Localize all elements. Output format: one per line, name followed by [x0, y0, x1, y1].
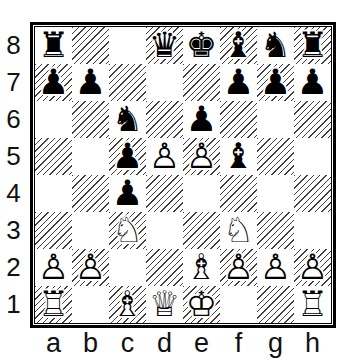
square-h2[interactable]: ♟︎♙ — [294, 249, 331, 286]
square-e2[interactable]: ♝♗ — [183, 249, 220, 286]
black-knight[interactable]: ♞ — [257, 27, 294, 64]
square-h7[interactable]: ♟︎ — [294, 64, 331, 101]
square-b2[interactable]: ♟︎♙ — [72, 249, 109, 286]
rank-label-1: 1 — [0, 286, 27, 323]
black-pawn[interactable]: ♟︎ — [35, 64, 72, 101]
white-rook[interactable]: ♜♖ — [35, 286, 72, 323]
black-rook[interactable]: ♜ — [294, 27, 331, 64]
file-label-e: e — [183, 329, 220, 359]
white-queen[interactable]: ♛♕ — [146, 286, 183, 323]
square-d1[interactable]: ♛♕ — [146, 286, 183, 323]
piece-glyph: ♟︎ — [220, 64, 257, 101]
piece-glyph: ♕ — [146, 286, 183, 323]
square-b3[interactable] — [72, 212, 109, 249]
square-g2[interactable]: ♟︎♙ — [257, 249, 294, 286]
black-pawn[interactable]: ♟︎ — [109, 138, 146, 175]
piece-glyph: ♚ — [183, 27, 220, 64]
piece-glyph: ♘ — [109, 212, 146, 249]
white-pawn[interactable]: ♟︎♙ — [72, 249, 109, 286]
square-h1[interactable]: ♜♖ — [294, 286, 331, 323]
square-d5[interactable]: ♟︎♙ — [146, 138, 183, 175]
piece-glyph: ♞ — [109, 101, 146, 138]
piece-glyph: ♞ — [257, 27, 294, 64]
square-d7[interactable] — [146, 64, 183, 101]
rank-label-4: 4 — [0, 175, 27, 212]
file-label-a: a — [35, 329, 72, 359]
square-c3[interactable]: ♞♘ — [109, 212, 146, 249]
white-pawn[interactable]: ♟︎♙ — [257, 249, 294, 286]
piece-glyph: ♙ — [220, 249, 257, 286]
square-b4[interactable] — [72, 175, 109, 212]
black-pawn[interactable]: ♟︎ — [294, 64, 331, 101]
square-f2[interactable]: ♟︎♙ — [220, 249, 257, 286]
rank-label-6: 6 — [0, 101, 27, 138]
piece-glyph: ♙ — [72, 249, 109, 286]
piece-glyph: ♜ — [294, 27, 331, 64]
square-a4[interactable] — [35, 175, 72, 212]
square-e4[interactable] — [183, 175, 220, 212]
white-pawn[interactable]: ♟︎♙ — [294, 249, 331, 286]
piece-glyph: ♛ — [146, 27, 183, 64]
white-bishop[interactable]: ♝♗ — [183, 249, 220, 286]
white-bishop[interactable]: ♝♗ — [109, 286, 146, 323]
rank-label-7: 7 — [0, 64, 27, 101]
square-c7[interactable] — [109, 64, 146, 101]
square-e5[interactable]: ♟︎♙ — [183, 138, 220, 175]
square-a2[interactable]: ♟︎♙ — [35, 249, 72, 286]
file-label-b: b — [72, 329, 109, 359]
piece-glyph: ♙ — [35, 249, 72, 286]
square-d4[interactable] — [146, 175, 183, 212]
square-f3[interactable]: ♞♘ — [220, 212, 257, 249]
piece-glyph: ♟︎ — [35, 64, 72, 101]
square-b1[interactable] — [72, 286, 109, 323]
square-b8[interactable] — [72, 27, 109, 64]
square-d3[interactable] — [146, 212, 183, 249]
piece-glyph: ♘ — [220, 212, 257, 249]
piece-glyph: ♟︎ — [72, 64, 109, 101]
rank-label-5: 5 — [0, 138, 27, 175]
piece-glyph: ♖ — [35, 286, 72, 323]
white-rook[interactable]: ♜♖ — [294, 286, 331, 323]
square-c2[interactable] — [109, 249, 146, 286]
square-e8[interactable]: ♚ — [183, 27, 220, 64]
square-c5[interactable]: ♟︎ — [109, 138, 146, 175]
square-c6[interactable]: ♞ — [109, 101, 146, 138]
piece-glyph: ♗ — [109, 286, 146, 323]
square-f5[interactable]: ♝ — [220, 138, 257, 175]
square-g8[interactable]: ♞ — [257, 27, 294, 64]
white-knight[interactable]: ♞♘ — [220, 212, 257, 249]
file-label-c: c — [109, 329, 146, 359]
piece-glyph: ♟︎ — [183, 101, 220, 138]
square-e6[interactable]: ♟︎ — [183, 101, 220, 138]
square-a5[interactable] — [35, 138, 72, 175]
black-pawn[interactable]: ♟︎ — [183, 101, 220, 138]
square-e3[interactable] — [183, 212, 220, 249]
square-b5[interactable] — [72, 138, 109, 175]
black-knight[interactable]: ♞ — [109, 101, 146, 138]
piece-glyph: ♜ — [35, 27, 72, 64]
square-h4[interactable] — [294, 175, 331, 212]
square-d8[interactable]: ♛ — [146, 27, 183, 64]
piece-glyph: ♙ — [257, 249, 294, 286]
square-a7[interactable]: ♟︎ — [35, 64, 72, 101]
piece-glyph: ♟︎ — [294, 64, 331, 101]
file-labels: abcdefgh — [35, 329, 331, 359]
piece-glyph: ♗ — [183, 249, 220, 286]
piece-glyph: ♙ — [294, 249, 331, 286]
board-frame: ♜♛♚♝♞♜♟︎♟︎♟︎♟︎♟︎♞♟︎♟︎♟︎♙♟︎♙♝♟︎♞♘♞♘♟︎♙♟︎♙… — [30, 22, 336, 328]
white-pawn[interactable]: ♟︎♙ — [220, 249, 257, 286]
piece-glyph: ♔ — [183, 286, 220, 323]
square-g6[interactable] — [257, 101, 294, 138]
square-f1[interactable] — [220, 286, 257, 323]
black-queen[interactable]: ♛ — [146, 27, 183, 64]
piece-glyph: ♝ — [220, 27, 257, 64]
square-c4[interactable]: ♟︎ — [109, 175, 146, 212]
square-f7[interactable]: ♟︎ — [220, 64, 257, 101]
square-g4[interactable] — [257, 175, 294, 212]
black-rook[interactable]: ♜ — [35, 27, 72, 64]
rank-label-8: 8 — [0, 27, 27, 64]
square-g1[interactable] — [257, 286, 294, 323]
square-g5[interactable] — [257, 138, 294, 175]
square-h3[interactable] — [294, 212, 331, 249]
square-f6[interactable] — [220, 101, 257, 138]
square-a3[interactable] — [35, 212, 72, 249]
white-pawn[interactable]: ♟︎♙ — [146, 138, 183, 175]
rank-label-3: 3 — [0, 212, 27, 249]
rank-labels: 87654321 — [0, 27, 27, 323]
file-label-f: f — [220, 329, 257, 359]
square-a1[interactable]: ♜♖ — [35, 286, 72, 323]
square-h8[interactable]: ♜ — [294, 27, 331, 64]
square-g3[interactable] — [257, 212, 294, 249]
square-h6[interactable] — [294, 101, 331, 138]
square-c1[interactable]: ♝♗ — [109, 286, 146, 323]
piece-glyph: ♙ — [183, 138, 220, 175]
black-bishop[interactable]: ♝ — [220, 27, 257, 64]
white-pawn[interactable]: ♟︎♙ — [35, 249, 72, 286]
square-b6[interactable] — [72, 101, 109, 138]
file-label-h: h — [294, 329, 331, 359]
file-label-g: g — [257, 329, 294, 359]
chess-diagram: 87654321 ♜♛♚♝♞♜♟︎♟︎♟︎♟︎♟︎♞♟︎♟︎♟︎♙♟︎♙♝♟︎♞… — [0, 0, 360, 360]
square-f4[interactable] — [220, 175, 257, 212]
chess-board: ♜♛♚♝♞♜♟︎♟︎♟︎♟︎♟︎♞♟︎♟︎♟︎♙♟︎♙♝♟︎♞♘♞♘♟︎♙♟︎♙… — [34, 26, 332, 324]
file-label-d: d — [146, 329, 183, 359]
black-pawn[interactable]: ♟︎ — [109, 175, 146, 212]
square-d6[interactable] — [146, 101, 183, 138]
white-knight[interactable]: ♞♘ — [109, 212, 146, 249]
piece-glyph: ♝ — [220, 138, 257, 175]
black-pawn[interactable]: ♟︎ — [72, 64, 109, 101]
square-e7[interactable] — [183, 64, 220, 101]
piece-glyph: ♟︎ — [109, 138, 146, 175]
piece-glyph: ♙ — [146, 138, 183, 175]
piece-glyph: ♟︎ — [109, 175, 146, 212]
square-e1[interactable]: ♚♔ — [183, 286, 220, 323]
black-king[interactable]: ♚ — [183, 27, 220, 64]
black-pawn[interactable]: ♟︎ — [220, 64, 257, 101]
square-h5[interactable] — [294, 138, 331, 175]
square-b7[interactable]: ♟︎ — [72, 64, 109, 101]
square-a8[interactable]: ♜ — [35, 27, 72, 64]
white-king[interactable]: ♚♔ — [183, 286, 220, 323]
rank-label-2: 2 — [0, 249, 27, 286]
square-c8[interactable] — [109, 27, 146, 64]
black-pawn[interactable]: ♟︎ — [257, 64, 294, 101]
square-a6[interactable] — [35, 101, 72, 138]
square-g7[interactable]: ♟︎ — [257, 64, 294, 101]
square-d2[interactable] — [146, 249, 183, 286]
square-f8[interactable]: ♝ — [220, 27, 257, 64]
white-pawn[interactable]: ♟︎♙ — [183, 138, 220, 175]
piece-glyph: ♟︎ — [257, 64, 294, 101]
black-bishop[interactable]: ♝ — [220, 138, 257, 175]
piece-glyph: ♖ — [294, 286, 331, 323]
